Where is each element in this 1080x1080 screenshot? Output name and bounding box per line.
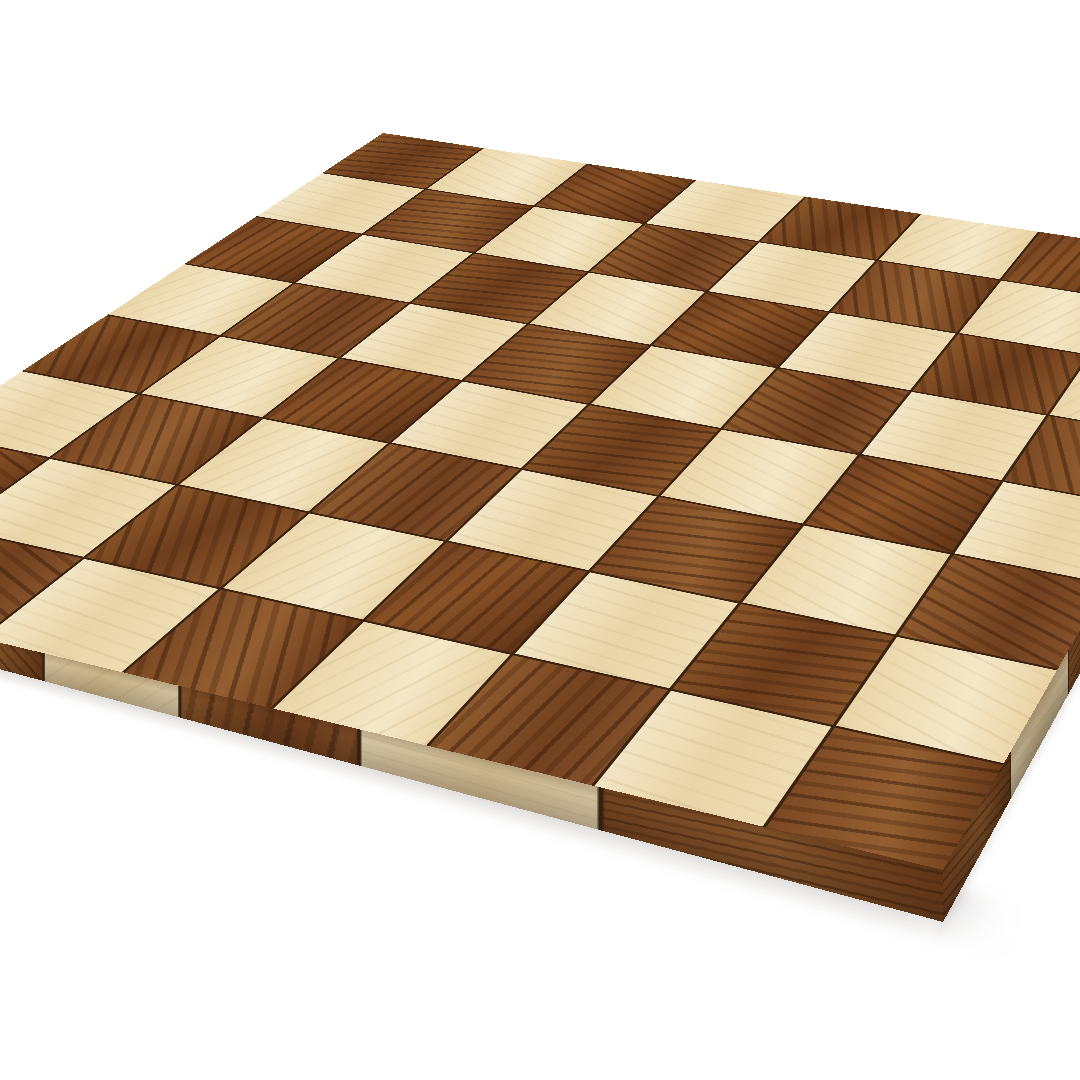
chessboard-product-photo (0, 0, 1080, 1080)
chess-board (0, 133, 1080, 870)
